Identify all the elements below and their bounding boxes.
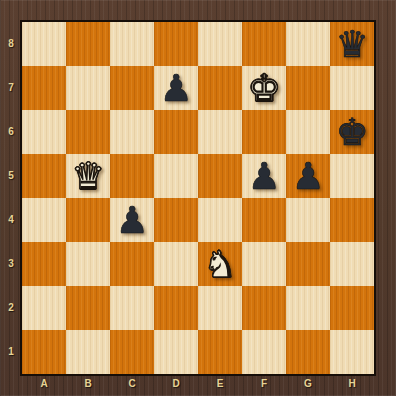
file-label-h: H [330,374,374,394]
square-f4[interactable] [242,198,286,242]
square-e6[interactable] [198,110,242,154]
file-label-e: E [198,374,242,394]
square-c6[interactable] [110,110,154,154]
square-g8[interactable] [286,22,330,66]
square-d6[interactable] [154,110,198,154]
square-b3[interactable] [66,242,110,286]
square-a3[interactable] [22,242,66,286]
square-e1[interactable] [198,330,242,374]
square-e2[interactable] [198,286,242,330]
square-e3[interactable]: ♞ [198,242,242,286]
square-h5[interactable] [330,154,374,198]
square-h6[interactable]: ♚ [330,110,374,154]
black-pawn-c4[interactable]: ♟ [115,202,148,239]
file-label-f: F [242,374,286,394]
rank-label-1: 1 [2,330,20,374]
square-b1[interactable] [66,330,110,374]
square-e7[interactable] [198,66,242,110]
square-a5[interactable] [22,154,66,198]
rank-label-5: 5 [2,154,20,198]
file-label-b: B [66,374,110,394]
square-f8[interactable] [242,22,286,66]
square-c8[interactable] [110,22,154,66]
white-knight-e3[interactable]: ♞ [203,246,236,283]
square-g7[interactable] [286,66,330,110]
square-h4[interactable] [330,198,374,242]
square-c4[interactable]: ♟ [110,198,154,242]
square-g6[interactable] [286,110,330,154]
chess-app-window: ♛♟♚♚♛♟♟♟♞ 87654321 ABCDEFGH [0,0,396,396]
square-e8[interactable] [198,22,242,66]
square-d5[interactable] [154,154,198,198]
chess-board: ♛♟♚♚♛♟♟♟♞ [22,22,374,374]
square-h7[interactable] [330,66,374,110]
square-a1[interactable] [22,330,66,374]
square-c7[interactable] [110,66,154,110]
square-g3[interactable] [286,242,330,286]
square-f2[interactable] [242,286,286,330]
rank-label-7: 7 [2,66,20,110]
black-pawn-f5[interactable]: ♟ [247,158,280,195]
file-label-g: G [286,374,330,394]
square-a4[interactable] [22,198,66,242]
square-c3[interactable] [110,242,154,286]
square-d1[interactable] [154,330,198,374]
square-d8[interactable] [154,22,198,66]
square-b7[interactable] [66,66,110,110]
square-e4[interactable] [198,198,242,242]
file-label-c: C [110,374,154,394]
square-g5[interactable]: ♟ [286,154,330,198]
square-c1[interactable] [110,330,154,374]
file-label-d: D [154,374,198,394]
square-h3[interactable] [330,242,374,286]
square-b5[interactable]: ♛ [66,154,110,198]
square-b8[interactable] [66,22,110,66]
square-f3[interactable] [242,242,286,286]
file-label-a: A [22,374,66,394]
square-h8[interactable]: ♛ [330,22,374,66]
square-f1[interactable] [242,330,286,374]
square-c2[interactable] [110,286,154,330]
rank-label-6: 6 [2,110,20,154]
square-b4[interactable] [66,198,110,242]
square-a8[interactable] [22,22,66,66]
square-a2[interactable] [22,286,66,330]
rank-label-4: 4 [2,198,20,242]
square-d4[interactable] [154,198,198,242]
square-d7[interactable]: ♟ [154,66,198,110]
square-b6[interactable] [66,110,110,154]
square-d3[interactable] [154,242,198,286]
square-g4[interactable] [286,198,330,242]
square-g1[interactable] [286,330,330,374]
black-king-h6[interactable]: ♚ [335,114,368,151]
square-b2[interactable] [66,286,110,330]
square-d2[interactable] [154,286,198,330]
square-f6[interactable] [242,110,286,154]
square-a7[interactable] [22,66,66,110]
white-king-f7[interactable]: ♚ [247,70,280,107]
rank-label-3: 3 [2,242,20,286]
rank-label-8: 8 [2,22,20,66]
square-g2[interactable] [286,286,330,330]
black-pawn-d7[interactable]: ♟ [159,70,192,107]
square-f7[interactable]: ♚ [242,66,286,110]
black-pawn-g5[interactable]: ♟ [291,158,324,195]
square-e5[interactable] [198,154,242,198]
square-a6[interactable] [22,110,66,154]
square-f5[interactable]: ♟ [242,154,286,198]
black-queen-h8[interactable]: ♛ [335,26,368,63]
square-h1[interactable] [330,330,374,374]
square-c5[interactable] [110,154,154,198]
square-h2[interactable] [330,286,374,330]
rank-label-2: 2 [2,286,20,330]
white-queen-b5[interactable]: ♛ [71,158,104,195]
